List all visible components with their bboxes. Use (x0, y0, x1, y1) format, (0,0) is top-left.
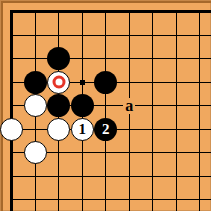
black-stone (24, 71, 47, 94)
star-point-cell (71, 71, 95, 95)
black-stone (47, 94, 70, 117)
white-stone (47, 118, 70, 141)
black-stone (71, 94, 94, 117)
white-stone (0, 118, 23, 141)
black-stone-cell (94, 71, 118, 95)
black-stone-cell: 2 (94, 118, 118, 142)
black-stone (94, 71, 117, 94)
black-stone-cell (71, 94, 95, 118)
black-stone-cell (47, 94, 71, 118)
white-stone-circled (47, 71, 70, 94)
go-board: a12 (0, 0, 211, 211)
white-stone (24, 94, 47, 117)
black-stone-cell (24, 71, 48, 95)
red-circle-mark-icon (52, 76, 65, 89)
white-stone-cell (47, 118, 71, 142)
white-stone-cell (47, 71, 71, 95)
go-corner-diagram: a12 (0, 0, 211, 211)
white-stone-cell (0, 118, 24, 142)
white-stone-cell (24, 141, 48, 165)
white-stone-cell (24, 94, 48, 118)
black-stone (47, 47, 70, 70)
move-number: 1 (79, 122, 87, 137)
white-stone-cell: 1 (71, 118, 95, 142)
point-label-a: a (123, 98, 135, 114)
black-stone-cell (47, 47, 71, 71)
letter-point-cell: a (118, 94, 142, 118)
black-stone-move-2: 2 (94, 118, 117, 141)
white-stone (24, 141, 47, 164)
move-number: 2 (102, 122, 110, 137)
white-stone-move-1: 1 (71, 118, 94, 141)
star-point (80, 80, 85, 85)
